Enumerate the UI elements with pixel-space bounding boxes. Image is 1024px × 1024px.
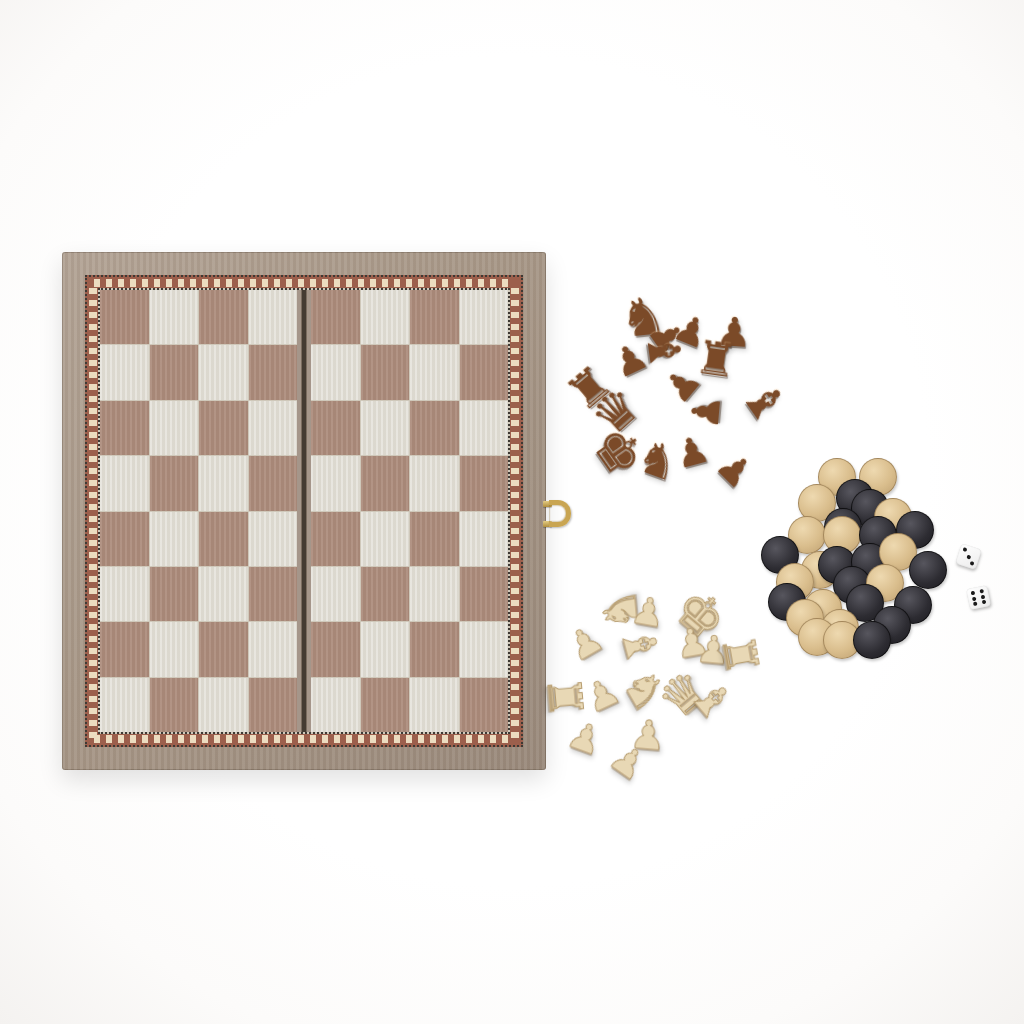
- square-g3: [410, 567, 459, 621]
- square-a2: [100, 622, 149, 676]
- square-h3: [460, 567, 509, 621]
- square-b8: [150, 290, 199, 344]
- square-h7: [460, 345, 509, 399]
- square-b1: [150, 678, 199, 732]
- square-b5: [150, 456, 199, 510]
- square-b4: [150, 512, 199, 566]
- square-c3: [199, 567, 248, 621]
- clasp-loop: [549, 500, 571, 527]
- die-pip: [981, 600, 986, 605]
- square-f1: [361, 678, 410, 732]
- chess-piece-light-pawn: ♟: [562, 714, 607, 761]
- product-photo: ♞♟♟♟♜♟♝♜♛♟♝♟♚♞♟♟ ♞♟♚♟♝♟♟♜♜♟♞♛♝♟♟♟: [0, 0, 1024, 1024]
- square-g7: [410, 345, 459, 399]
- square-c2: [199, 622, 248, 676]
- square-d1: [249, 678, 298, 732]
- square-f8: [361, 290, 410, 344]
- square-c1: [199, 678, 248, 732]
- square-b3: [150, 567, 199, 621]
- square-f3: [361, 567, 410, 621]
- square-a5: [100, 456, 149, 510]
- playing-field: [98, 288, 510, 734]
- die-pip: [969, 560, 974, 565]
- square-e6: [311, 401, 360, 455]
- mosaic-strip-top: [94, 279, 514, 287]
- chess-piece-dark-pawn: ♟: [710, 445, 761, 496]
- mosaic-strip-left: [89, 284, 97, 738]
- square-e1: [311, 678, 360, 732]
- square-b2: [150, 622, 199, 676]
- square-d4: [249, 512, 298, 566]
- chess-piece-dark-pawn: ♟: [686, 393, 727, 430]
- square-e2: [311, 622, 360, 676]
- square-e8: [311, 290, 360, 344]
- board-half-left: [100, 290, 297, 732]
- latch-clasp: [543, 500, 577, 528]
- square-c5: [199, 456, 248, 510]
- die-2: [966, 585, 991, 610]
- mosaic-strip-right: [511, 284, 519, 738]
- square-b6: [150, 401, 199, 455]
- square-a3: [100, 567, 149, 621]
- square-h6: [460, 401, 509, 455]
- square-h8: [460, 290, 509, 344]
- square-f4: [361, 512, 410, 566]
- chess-board: [62, 252, 546, 770]
- square-d6: [249, 401, 298, 455]
- square-a7: [100, 345, 149, 399]
- die-pip: [970, 590, 975, 595]
- checker-black: [853, 621, 891, 659]
- die-pip: [973, 601, 978, 606]
- square-g6: [410, 401, 459, 455]
- square-c4: [199, 512, 248, 566]
- die-pip: [965, 553, 970, 558]
- square-h4: [460, 512, 509, 566]
- square-a1: [100, 678, 149, 732]
- square-e4: [311, 512, 360, 566]
- mosaic-strip-bottom: [94, 735, 514, 743]
- square-d7: [249, 345, 298, 399]
- die-pip: [962, 547, 967, 552]
- square-h5: [460, 456, 509, 510]
- square-f5: [361, 456, 410, 510]
- square-e5: [311, 456, 360, 510]
- die-pip: [980, 594, 985, 599]
- board-half-right: [311, 290, 508, 732]
- die-1: [955, 543, 981, 569]
- square-b7: [150, 345, 199, 399]
- checker-black: [909, 551, 947, 589]
- square-d8: [249, 290, 298, 344]
- square-d3: [249, 567, 298, 621]
- square-c8: [199, 290, 248, 344]
- square-g2: [410, 622, 459, 676]
- square-d2: [249, 622, 298, 676]
- square-f6: [361, 401, 410, 455]
- square-a8: [100, 290, 149, 344]
- square-d5: [249, 456, 298, 510]
- square-c7: [199, 345, 248, 399]
- square-g4: [410, 512, 459, 566]
- square-a4: [100, 512, 149, 566]
- square-g8: [410, 290, 459, 344]
- die-pip: [978, 588, 983, 593]
- chess-piece-dark-bishop: ♝: [734, 372, 795, 432]
- square-e3: [311, 567, 360, 621]
- square-c6: [199, 401, 248, 455]
- die-pip: [972, 596, 977, 601]
- fold-seam: [297, 290, 311, 732]
- square-a6: [100, 401, 149, 455]
- square-e7: [311, 345, 360, 399]
- square-f2: [361, 622, 410, 676]
- square-f7: [361, 345, 410, 399]
- square-g5: [410, 456, 459, 510]
- square-h1: [460, 678, 509, 732]
- square-h2: [460, 622, 509, 676]
- square-g1: [410, 678, 459, 732]
